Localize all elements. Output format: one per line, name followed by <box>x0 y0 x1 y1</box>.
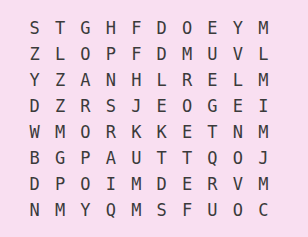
grid-cell[interactable]: T <box>200 120 225 146</box>
grid-cell[interactable]: U <box>124 146 149 172</box>
grid-cell[interactable]: N <box>98 67 123 93</box>
grid-cell[interactable]: O <box>73 120 98 146</box>
grid-cell[interactable]: F <box>124 15 149 41</box>
grid-cell[interactable]: B <box>22 146 47 172</box>
grid-cell[interactable]: D <box>22 172 47 198</box>
grid-cell[interactable]: M <box>251 120 276 146</box>
grid-cell[interactable]: Z <box>47 67 72 93</box>
word-search-grid: STGHFDOEYMZLOPFDMUVLYZANHLRELMDZRSJEOGEI… <box>22 15 276 224</box>
grid-cell[interactable]: H <box>124 67 149 93</box>
grid-cell[interactable]: R <box>200 172 225 198</box>
grid-cell[interactable]: D <box>22 93 47 119</box>
grid-cell[interactable]: R <box>73 93 98 119</box>
grid-cell[interactable]: P <box>98 41 123 67</box>
grid-cell[interactable]: P <box>73 146 98 172</box>
grid-cell[interactable]: L <box>47 41 72 67</box>
grid-cell[interactable]: N <box>22 198 47 224</box>
grid-cell[interactable]: G <box>47 146 72 172</box>
grid-cell[interactable]: H <box>98 15 123 41</box>
grid-cell[interactable]: K <box>124 120 149 146</box>
grid-cell[interactable]: J <box>251 146 276 172</box>
grid-cell[interactable]: R <box>98 120 123 146</box>
grid-cell[interactable]: O <box>225 146 250 172</box>
grid-cell[interactable]: S <box>22 15 47 41</box>
grid-cell[interactable]: W <box>22 120 47 146</box>
grid-cell[interactable]: M <box>124 172 149 198</box>
grid-cell[interactable]: M <box>47 120 72 146</box>
grid-cell[interactable]: R <box>174 67 199 93</box>
grid-cell[interactable]: F <box>174 198 199 224</box>
grid-cell[interactable]: E <box>174 172 199 198</box>
grid-cell[interactable]: T <box>149 146 174 172</box>
grid-cell[interactable]: M <box>251 15 276 41</box>
grid-cell[interactable]: Q <box>200 146 225 172</box>
grid-cell[interactable]: M <box>174 41 199 67</box>
grid-cell[interactable]: Q <box>98 198 123 224</box>
grid-cell[interactable]: D <box>149 41 174 67</box>
grid-cell[interactable]: G <box>200 93 225 119</box>
grid-cell[interactable]: O <box>73 41 98 67</box>
grid-cell[interactable]: S <box>98 93 123 119</box>
grid-cell[interactable]: Y <box>22 67 47 93</box>
grid-cell[interactable]: A <box>98 146 123 172</box>
grid-cell[interactable]: V <box>225 41 250 67</box>
grid-cell[interactable]: O <box>225 198 250 224</box>
grid-cell[interactable]: L <box>225 67 250 93</box>
grid-cell[interactable]: M <box>47 198 72 224</box>
grid-cell[interactable]: Y <box>225 15 250 41</box>
grid-cell[interactable]: E <box>225 93 250 119</box>
grid-cell[interactable]: M <box>124 198 149 224</box>
grid-cell[interactable]: E <box>149 93 174 119</box>
grid-cell[interactable]: A <box>73 67 98 93</box>
grid-cell[interactable]: C <box>251 198 276 224</box>
grid-cell[interactable]: N <box>225 120 250 146</box>
grid-cell[interactable]: E <box>200 67 225 93</box>
grid-cell[interactable]: O <box>174 15 199 41</box>
grid-cell[interactable]: D <box>149 15 174 41</box>
grid-cell[interactable]: I <box>98 172 123 198</box>
grid-cell[interactable]: M <box>251 67 276 93</box>
grid-cell[interactable]: E <box>200 15 225 41</box>
grid-cell[interactable]: V <box>225 172 250 198</box>
grid-cell[interactable]: F <box>124 41 149 67</box>
grid-cell[interactable]: L <box>251 41 276 67</box>
grid-cell[interactable]: D <box>149 172 174 198</box>
grid-cell[interactable]: P <box>47 172 72 198</box>
grid-cell[interactable]: S <box>149 198 174 224</box>
grid-cell[interactable]: Y <box>73 198 98 224</box>
grid-cell[interactable]: Z <box>22 41 47 67</box>
grid-cell[interactable]: O <box>174 93 199 119</box>
grid-cell[interactable]: K <box>149 120 174 146</box>
grid-cell[interactable]: U <box>200 41 225 67</box>
grid-cell[interactable]: T <box>174 146 199 172</box>
grid-cell[interactable]: G <box>73 15 98 41</box>
grid-cell[interactable]: U <box>200 198 225 224</box>
grid-cell[interactable]: M <box>251 172 276 198</box>
grid-cell[interactable]: O <box>73 172 98 198</box>
grid-cell[interactable]: I <box>251 93 276 119</box>
grid-cell[interactable]: T <box>47 15 72 41</box>
grid-cell[interactable]: L <box>149 67 174 93</box>
grid-cell[interactable]: Z <box>47 93 72 119</box>
grid-cell[interactable]: E <box>174 120 199 146</box>
grid-cell[interactable]: J <box>124 93 149 119</box>
